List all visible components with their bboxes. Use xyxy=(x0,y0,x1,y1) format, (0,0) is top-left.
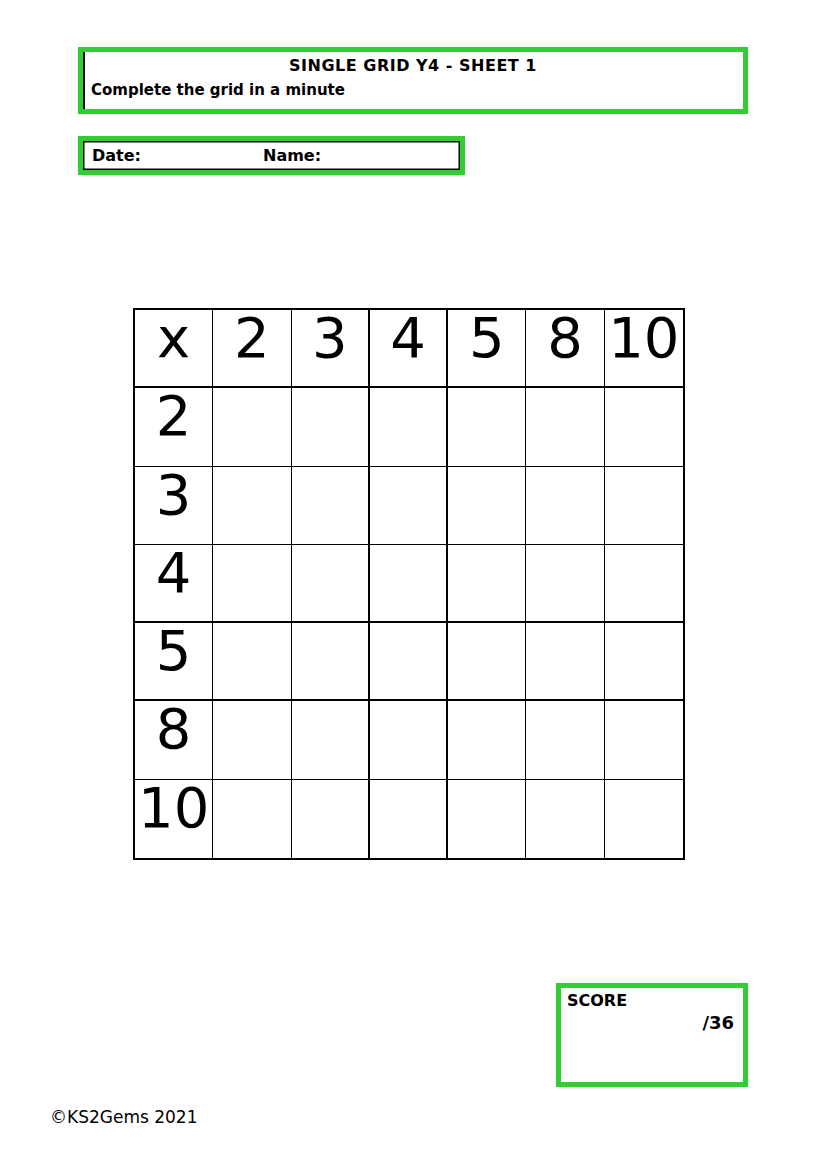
row-header-cell: 8 xyxy=(135,701,213,779)
answer-cell[interactable] xyxy=(370,467,448,545)
answer-cell[interactable] xyxy=(605,623,683,701)
answer-cell[interactable] xyxy=(605,388,683,466)
answer-cell[interactable] xyxy=(292,388,370,466)
answer-cell[interactable] xyxy=(292,701,370,779)
title-box: SINGLE GRID Y4 - SHEET 1 Complete the gr… xyxy=(78,47,748,114)
answer-cell[interactable] xyxy=(526,780,604,858)
multiplication-grid: x23458102345810 xyxy=(133,308,685,860)
answer-cell[interactable] xyxy=(448,780,526,858)
answer-cell[interactable] xyxy=(605,545,683,623)
answer-cell[interactable] xyxy=(213,545,291,623)
answer-cell[interactable] xyxy=(370,780,448,858)
col-header-cell: 8 xyxy=(526,310,604,388)
answer-cell[interactable] xyxy=(292,467,370,545)
date-label: Date: xyxy=(92,146,141,165)
answer-cell[interactable] xyxy=(213,623,291,701)
answer-cell[interactable] xyxy=(605,780,683,858)
answer-cell[interactable] xyxy=(526,701,604,779)
col-header-cell: 5 xyxy=(448,310,526,388)
score-label: SCORE xyxy=(561,988,743,1010)
answer-cell[interactable] xyxy=(448,545,526,623)
answer-cell[interactable] xyxy=(292,780,370,858)
answer-cell[interactable] xyxy=(370,545,448,623)
row-header-cell: 2 xyxy=(135,388,213,466)
answer-cell[interactable] xyxy=(213,467,291,545)
col-header-cell: 2 xyxy=(213,310,291,388)
col-header-cell: 4 xyxy=(370,310,448,388)
answer-cell[interactable] xyxy=(448,701,526,779)
score-value: /36 xyxy=(561,1012,743,1033)
answer-cell[interactable] xyxy=(605,701,683,779)
instruction-text: Complete the grid in a minute xyxy=(83,81,743,99)
row-header-cell: 4 xyxy=(135,545,213,623)
answer-cell[interactable] xyxy=(526,545,604,623)
name-label: Name: xyxy=(263,146,321,165)
answer-cell[interactable] xyxy=(605,467,683,545)
copyright-text: ©KS2Gems 2021 xyxy=(50,1106,197,1128)
answer-cell[interactable] xyxy=(213,780,291,858)
operator-cell: x xyxy=(135,310,213,388)
answer-cell[interactable] xyxy=(213,701,291,779)
row-header-cell: 10 xyxy=(135,780,213,858)
score-box: SCORE /36 xyxy=(556,983,748,1087)
col-header-cell: 10 xyxy=(605,310,683,388)
answer-cell[interactable] xyxy=(292,623,370,701)
answer-cell[interactable] xyxy=(370,701,448,779)
answer-cell[interactable] xyxy=(292,545,370,623)
answer-cell[interactable] xyxy=(448,467,526,545)
date-name-box: Date: Name: xyxy=(78,136,465,175)
row-header-cell: 3 xyxy=(135,467,213,545)
col-header-cell: 3 xyxy=(292,310,370,388)
answer-cell[interactable] xyxy=(213,388,291,466)
worksheet-page: { "game": "multiplication-grid times-tab… xyxy=(0,0,827,1170)
answer-cell[interactable] xyxy=(448,388,526,466)
answer-cell[interactable] xyxy=(448,623,526,701)
answer-cell[interactable] xyxy=(370,623,448,701)
answer-cell[interactable] xyxy=(526,467,604,545)
page-title: SINGLE GRID Y4 - SHEET 1 xyxy=(83,52,743,75)
answer-cell[interactable] xyxy=(370,388,448,466)
row-header-cell: 5 xyxy=(135,623,213,701)
answer-cell[interactable] xyxy=(526,388,604,466)
answer-cell[interactable] xyxy=(526,623,604,701)
